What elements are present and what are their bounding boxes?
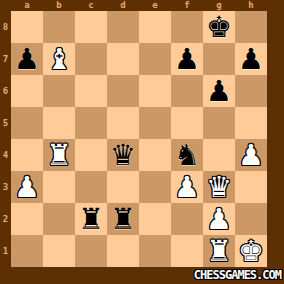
white-rook: ♜: [46, 139, 72, 171]
rank-label-2: 2: [0, 203, 11, 235]
black-rook: ♜: [78, 203, 104, 235]
square-b8: [43, 11, 75, 43]
square-c2: ♜: [75, 203, 107, 235]
black-king: ♚: [206, 11, 232, 43]
square-f3: ♟: [171, 171, 203, 203]
square-a7: ♟: [11, 43, 43, 75]
square-h1: ♚: [235, 235, 267, 267]
square-e4: [139, 139, 171, 171]
square-g8: ♚: [203, 11, 235, 43]
square-f4: ♞: [171, 139, 203, 171]
white-pawn: ♟: [174, 171, 200, 203]
black-pawn: ♟: [206, 75, 232, 107]
square-d6: [107, 75, 139, 107]
file-label-a: a: [11, 0, 43, 11]
square-d3: [107, 171, 139, 203]
square-e2: [139, 203, 171, 235]
rank-label-3: 3: [0, 171, 11, 203]
rank-label-1: 1: [0, 235, 11, 267]
file-label-b: b: [43, 0, 75, 11]
white-pawn: ♟: [238, 139, 264, 171]
white-rook: ♜: [206, 235, 232, 267]
rank-label-4: 4: [0, 139, 11, 171]
square-h3: [235, 171, 267, 203]
square-d5: [107, 107, 139, 139]
square-h6: [235, 75, 267, 107]
square-f7: ♟: [171, 43, 203, 75]
rank-label-5: 5: [0, 107, 11, 139]
square-c8: [75, 11, 107, 43]
rank-label-6: 6: [0, 75, 11, 107]
square-f8: [171, 11, 203, 43]
square-b2: [43, 203, 75, 235]
square-b4: ♜: [43, 139, 75, 171]
square-a4: [11, 139, 43, 171]
square-g5: [203, 107, 235, 139]
file-label-h: h: [235, 0, 267, 11]
square-g1: ♜: [203, 235, 235, 267]
square-d1: [107, 235, 139, 267]
chess-diagram: abcdefgh 87654321 ♚♟♝♟♟♟♜♛♞♟♟♟♛♜♜♟♜♚ CHE…: [0, 0, 284, 284]
square-c6: [75, 75, 107, 107]
black-queen: ♛: [110, 139, 136, 171]
file-label-f: f: [171, 0, 203, 11]
white-pawn: ♟: [14, 171, 40, 203]
square-d2: ♜: [107, 203, 139, 235]
square-a3: ♟: [11, 171, 43, 203]
square-c5: [75, 107, 107, 139]
square-a1: [11, 235, 43, 267]
square-h7: ♟: [235, 43, 267, 75]
square-e5: [139, 107, 171, 139]
square-d8: [107, 11, 139, 43]
rank-labels: 87654321: [0, 11, 11, 267]
square-c7: [75, 43, 107, 75]
chess-board: ♚♟♝♟♟♟♜♛♞♟♟♟♛♜♜♟♜♚: [11, 11, 267, 267]
white-queen: ♛: [206, 171, 232, 203]
square-a6: [11, 75, 43, 107]
square-g6: ♟: [203, 75, 235, 107]
square-c3: [75, 171, 107, 203]
square-h4: ♟: [235, 139, 267, 171]
square-h5: [235, 107, 267, 139]
square-e6: [139, 75, 171, 107]
black-knight: ♞: [174, 139, 200, 171]
square-b1: [43, 235, 75, 267]
square-e1: [139, 235, 171, 267]
file-label-d: d: [107, 0, 139, 11]
square-f2: [171, 203, 203, 235]
black-rook: ♜: [110, 203, 136, 235]
square-a5: [11, 107, 43, 139]
square-a2: [11, 203, 43, 235]
square-b6: [43, 75, 75, 107]
square-h8: [235, 11, 267, 43]
square-g3: ♛: [203, 171, 235, 203]
square-b7: ♝: [43, 43, 75, 75]
white-king: ♚: [238, 235, 264, 267]
square-g4: [203, 139, 235, 171]
square-c1: [75, 235, 107, 267]
square-e8: [139, 11, 171, 43]
file-label-e: e: [139, 0, 171, 11]
square-f5: [171, 107, 203, 139]
square-d4: ♛: [107, 139, 139, 171]
square-a8: [11, 11, 43, 43]
square-d7: [107, 43, 139, 75]
square-b5: [43, 107, 75, 139]
square-g2: ♟: [203, 203, 235, 235]
black-pawn: ♟: [174, 43, 200, 75]
file-label-c: c: [75, 0, 107, 11]
white-pawn: ♟: [206, 203, 232, 235]
square-c4: [75, 139, 107, 171]
square-e3: [139, 171, 171, 203]
white-bishop: ♝: [46, 43, 72, 75]
site-watermark: CHESSGAMES.COM: [194, 268, 281, 282]
square-g7: [203, 43, 235, 75]
rank-label-8: 8: [0, 11, 11, 43]
square-h2: [235, 203, 267, 235]
black-pawn: ♟: [238, 43, 264, 75]
square-f1: [171, 235, 203, 267]
rank-label-7: 7: [0, 43, 11, 75]
square-e7: [139, 43, 171, 75]
square-b3: [43, 171, 75, 203]
black-pawn: ♟: [14, 43, 40, 75]
square-f6: [171, 75, 203, 107]
